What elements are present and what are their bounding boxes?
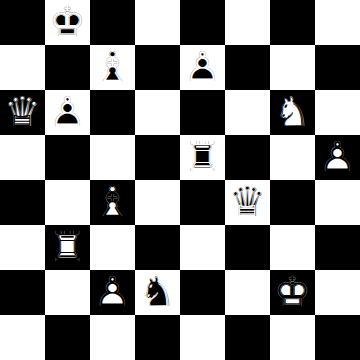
square-b7[interactable] — [45, 45, 90, 90]
square-c1[interactable] — [90, 315, 135, 360]
white-queen-outline-glyph: ♕ — [0, 90, 45, 135]
square-h2[interactable] — [315, 270, 360, 315]
square-c8[interactable] — [90, 0, 135, 45]
black-bishop-fill-glyph: ♝ — [90, 45, 135, 90]
black-knight-outline-glyph: ♘ — [135, 270, 180, 315]
square-b2[interactable] — [45, 270, 90, 315]
square-g8[interactable] — [270, 0, 315, 45]
chess-board: ♚♔♝♗♟♙♛♕♟♙♞♘♜♖♟♙♝♗♛♕♜♖♟♙♞♘♚♔ — [0, 0, 360, 360]
square-g5[interactable] — [270, 135, 315, 180]
square-d8[interactable] — [135, 0, 180, 45]
square-f1[interactable] — [225, 315, 270, 360]
white-rook-fill-glyph: ♜ — [45, 225, 90, 270]
square-b6[interactable]: ♟♙ — [45, 90, 90, 135]
black-pawn-outline-glyph: ♙ — [180, 45, 225, 90]
square-g7[interactable] — [270, 45, 315, 90]
black-pawn-fill-glyph: ♟ — [180, 45, 225, 90]
white-pawn-outline-glyph: ♙ — [90, 270, 135, 315]
chess-board-container: ♚♔♝♗♟♙♛♕♟♙♞♘♜♖♟♙♝♗♛♕♜♖♟♙♞♘♚♔ — [0, 0, 360, 360]
piece-black-bishop-c7: ♝♗ — [90, 45, 135, 90]
square-c4[interactable]: ♝♗ — [90, 180, 135, 225]
square-f7[interactable] — [225, 45, 270, 90]
square-c3[interactable] — [90, 225, 135, 270]
piece-white-king-g2: ♚♔ — [270, 270, 315, 315]
square-h6[interactable] — [315, 90, 360, 135]
square-d4[interactable] — [135, 180, 180, 225]
square-e4[interactable] — [180, 180, 225, 225]
square-e3[interactable] — [180, 225, 225, 270]
square-g2[interactable]: ♚♔ — [270, 270, 315, 315]
black-knight-fill-glyph: ♞ — [135, 270, 180, 315]
white-rook-outline-glyph: ♖ — [45, 225, 90, 270]
square-a4[interactable] — [0, 180, 45, 225]
square-d2[interactable]: ♞♘ — [135, 270, 180, 315]
piece-white-rook-b3: ♜♖ — [45, 225, 90, 270]
black-rook-outline-glyph: ♖ — [180, 135, 225, 180]
square-a6[interactable]: ♛♕ — [0, 90, 45, 135]
white-king-fill-glyph: ♚ — [270, 270, 315, 315]
square-h5[interactable]: ♟♙ — [315, 135, 360, 180]
square-h3[interactable] — [315, 225, 360, 270]
square-e2[interactable] — [180, 270, 225, 315]
square-d7[interactable] — [135, 45, 180, 90]
black-pawn-outline-glyph: ♙ — [45, 90, 90, 135]
black-queen-outline-glyph: ♕ — [225, 180, 270, 225]
white-pawn-outline-glyph: ♙ — [315, 135, 360, 180]
square-h7[interactable] — [315, 45, 360, 90]
piece-black-king-b8: ♚♔ — [45, 0, 90, 45]
square-d1[interactable] — [135, 315, 180, 360]
piece-white-bishop-c4: ♝♗ — [90, 180, 135, 225]
square-a8[interactable] — [0, 0, 45, 45]
square-c7[interactable]: ♝♗ — [90, 45, 135, 90]
square-h4[interactable] — [315, 180, 360, 225]
square-d5[interactable] — [135, 135, 180, 180]
square-f2[interactable] — [225, 270, 270, 315]
piece-black-pawn-b6: ♟♙ — [45, 90, 90, 135]
black-king-fill-glyph: ♚ — [45, 0, 90, 45]
piece-black-pawn-e7: ♟♙ — [180, 45, 225, 90]
square-e6[interactable] — [180, 90, 225, 135]
piece-black-rook-e5: ♜♖ — [180, 135, 225, 180]
square-b1[interactable] — [45, 315, 90, 360]
piece-white-queen-a6: ♛♕ — [0, 90, 45, 135]
square-b4[interactable] — [45, 180, 90, 225]
square-e5[interactable]: ♜♖ — [180, 135, 225, 180]
square-g6[interactable]: ♞♘ — [270, 90, 315, 135]
square-a5[interactable] — [0, 135, 45, 180]
square-g4[interactable] — [270, 180, 315, 225]
black-bishop-outline-glyph: ♗ — [90, 45, 135, 90]
square-a3[interactable] — [0, 225, 45, 270]
square-g1[interactable] — [270, 315, 315, 360]
square-c6[interactable] — [90, 90, 135, 135]
white-pawn-fill-glyph: ♟ — [90, 270, 135, 315]
white-bishop-fill-glyph: ♝ — [90, 180, 135, 225]
black-rook-fill-glyph: ♜ — [180, 135, 225, 180]
square-a7[interactable] — [0, 45, 45, 90]
white-bishop-outline-glyph: ♗ — [90, 180, 135, 225]
white-queen-fill-glyph: ♛ — [0, 90, 45, 135]
square-f8[interactable] — [225, 0, 270, 45]
square-f6[interactable] — [225, 90, 270, 135]
piece-black-knight-d2: ♞♘ — [135, 270, 180, 315]
square-b8[interactable]: ♚♔ — [45, 0, 90, 45]
square-b3[interactable]: ♜♖ — [45, 225, 90, 270]
black-pawn-fill-glyph: ♟ — [45, 90, 90, 135]
square-d3[interactable] — [135, 225, 180, 270]
square-d6[interactable] — [135, 90, 180, 135]
piece-black-queen-f4: ♛♕ — [225, 180, 270, 225]
square-c5[interactable] — [90, 135, 135, 180]
square-f4[interactable]: ♛♕ — [225, 180, 270, 225]
square-f5[interactable] — [225, 135, 270, 180]
square-a2[interactable] — [0, 270, 45, 315]
piece-white-pawn-h5: ♟♙ — [315, 135, 360, 180]
white-knight-outline-glyph: ♘ — [270, 90, 315, 135]
piece-white-knight-g6: ♞♘ — [270, 90, 315, 135]
square-a1[interactable] — [0, 315, 45, 360]
square-e7[interactable]: ♟♙ — [180, 45, 225, 90]
square-c2[interactable]: ♟♙ — [90, 270, 135, 315]
square-e8[interactable] — [180, 0, 225, 45]
square-h1[interactable] — [315, 315, 360, 360]
black-queen-fill-glyph: ♛ — [225, 180, 270, 225]
white-knight-fill-glyph: ♞ — [270, 90, 315, 135]
square-b5[interactable] — [45, 135, 90, 180]
square-e1[interactable] — [180, 315, 225, 360]
white-king-outline-glyph: ♔ — [270, 270, 315, 315]
square-g3[interactable] — [270, 225, 315, 270]
white-pawn-fill-glyph: ♟ — [315, 135, 360, 180]
square-f3[interactable] — [225, 225, 270, 270]
square-h8[interactable] — [315, 0, 360, 45]
black-king-outline-glyph: ♔ — [45, 0, 90, 45]
piece-white-pawn-c2: ♟♙ — [90, 270, 135, 315]
